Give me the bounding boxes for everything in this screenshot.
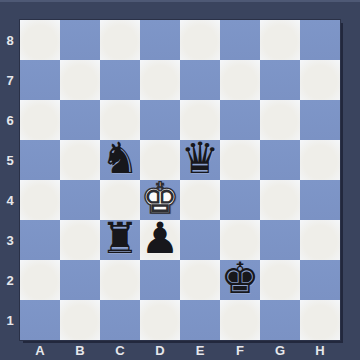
square-c8[interactable] (100, 20, 140, 60)
rank-label-8: 8 (0, 20, 20, 60)
square-f1[interactable] (220, 300, 260, 340)
piece-black-queen[interactable]: ♛ (181, 138, 220, 178)
square-d7[interactable] (140, 60, 180, 100)
square-b7[interactable] (60, 60, 100, 100)
square-a1[interactable] (20, 300, 60, 340)
file-label-d: D (140, 340, 180, 360)
board-grid: ♞♛♚♜♟♚ (20, 20, 340, 340)
square-e7[interactable] (180, 60, 220, 100)
piece-black-rook[interactable]: ♜ (101, 218, 140, 258)
square-f6[interactable] (220, 100, 260, 140)
square-a2[interactable] (20, 260, 60, 300)
square-d3[interactable]: ♟ (140, 220, 180, 260)
square-f4[interactable] (220, 180, 260, 220)
square-c2[interactable] (100, 260, 140, 300)
chessboard-frame: 8 7 6 5 4 3 2 1 ♞♛♚♜♟♚ A B C D E F G H (0, 0, 360, 360)
square-h5[interactable] (300, 140, 340, 180)
square-a7[interactable] (20, 60, 60, 100)
square-b6[interactable] (60, 100, 100, 140)
square-e8[interactable] (180, 20, 220, 60)
square-b8[interactable] (60, 20, 100, 60)
square-g5[interactable] (260, 140, 300, 180)
square-h3[interactable] (300, 220, 340, 260)
piece-black-king[interactable]: ♚ (221, 258, 260, 298)
square-c7[interactable] (100, 60, 140, 100)
square-g7[interactable] (260, 60, 300, 100)
square-e2[interactable] (180, 260, 220, 300)
square-c5[interactable]: ♞ (100, 140, 140, 180)
square-b2[interactable] (60, 260, 100, 300)
square-g1[interactable] (260, 300, 300, 340)
rank-label-3: 3 (0, 220, 20, 260)
square-e4[interactable] (180, 180, 220, 220)
square-a8[interactable] (20, 20, 60, 60)
square-a3[interactable] (20, 220, 60, 260)
square-h7[interactable] (300, 60, 340, 100)
square-d2[interactable] (140, 260, 180, 300)
square-c1[interactable] (100, 300, 140, 340)
file-label-a: A (20, 340, 60, 360)
file-label-c: C (100, 340, 140, 360)
piece-black-knight[interactable]: ♞ (101, 138, 140, 178)
square-a4[interactable] (20, 180, 60, 220)
file-label-b: B (60, 340, 100, 360)
piece-white-king[interactable]: ♚ (141, 178, 180, 218)
rank-labels: 8 7 6 5 4 3 2 1 (0, 20, 20, 340)
square-h8[interactable] (300, 20, 340, 60)
square-h4[interactable] (300, 180, 340, 220)
file-label-f: F (220, 340, 260, 360)
frame-top-highlight (0, 0, 360, 2)
piece-black-pawn[interactable]: ♟ (141, 218, 180, 258)
square-f7[interactable] (220, 60, 260, 100)
square-g8[interactable] (260, 20, 300, 60)
square-d6[interactable] (140, 100, 180, 140)
square-a6[interactable] (20, 100, 60, 140)
rank-label-4: 4 (0, 180, 20, 220)
file-label-e: E (180, 340, 220, 360)
square-b1[interactable] (60, 300, 100, 340)
square-f2[interactable]: ♚ (220, 260, 260, 300)
square-a5[interactable] (20, 140, 60, 180)
file-labels: A B C D E F G H (20, 340, 340, 360)
rank-label-5: 5 (0, 140, 20, 180)
square-h6[interactable] (300, 100, 340, 140)
square-h2[interactable] (300, 260, 340, 300)
square-b5[interactable] (60, 140, 100, 180)
file-label-g: G (260, 340, 300, 360)
square-g4[interactable] (260, 180, 300, 220)
square-f8[interactable] (220, 20, 260, 60)
square-g2[interactable] (260, 260, 300, 300)
square-e3[interactable] (180, 220, 220, 260)
square-b3[interactable] (60, 220, 100, 260)
square-h1[interactable] (300, 300, 340, 340)
rank-label-6: 6 (0, 100, 20, 140)
square-g6[interactable] (260, 100, 300, 140)
square-d8[interactable] (140, 20, 180, 60)
file-label-h: H (300, 340, 340, 360)
square-b4[interactable] (60, 180, 100, 220)
square-f5[interactable] (220, 140, 260, 180)
square-d1[interactable] (140, 300, 180, 340)
square-e1[interactable] (180, 300, 220, 340)
square-c3[interactable]: ♜ (100, 220, 140, 260)
rank-label-7: 7 (0, 60, 20, 100)
square-e5[interactable]: ♛ (180, 140, 220, 180)
rank-label-2: 2 (0, 260, 20, 300)
rank-label-1: 1 (0, 300, 20, 340)
square-g3[interactable] (260, 220, 300, 260)
